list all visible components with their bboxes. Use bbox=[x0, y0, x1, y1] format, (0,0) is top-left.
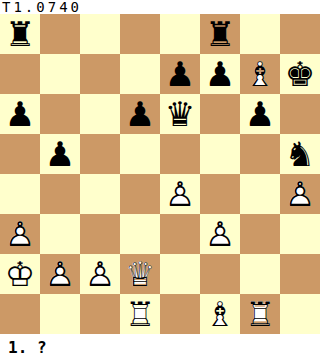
piece-white-pawn[interactable]: ♟♙ bbox=[200, 214, 240, 254]
square-b8[interactable] bbox=[40, 14, 80, 54]
square-b1[interactable] bbox=[40, 294, 80, 334]
piece-black-pawn[interactable]: ♟ bbox=[240, 94, 280, 134]
square-e7[interactable]: ♟ bbox=[160, 54, 200, 94]
square-d4[interactable] bbox=[120, 174, 160, 214]
black-piece-glyph: ♜ bbox=[0, 14, 40, 54]
square-c3[interactable] bbox=[80, 214, 120, 254]
piece-white-bishop[interactable]: ♝♗ bbox=[200, 294, 240, 334]
square-e3[interactable] bbox=[160, 214, 200, 254]
square-e8[interactable] bbox=[160, 14, 200, 54]
piece-black-knight[interactable]: ♞ bbox=[280, 134, 320, 174]
white-piece-outline: ♖ bbox=[120, 294, 160, 334]
square-h1[interactable] bbox=[280, 294, 320, 334]
white-piece-outline: ♙ bbox=[280, 174, 320, 214]
square-d1[interactable]: ♜♖ bbox=[120, 294, 160, 334]
square-d5[interactable] bbox=[120, 134, 160, 174]
black-piece-glyph: ♟ bbox=[160, 54, 200, 94]
square-f7[interactable]: ♟ bbox=[200, 54, 240, 94]
square-h4[interactable]: ♟♙ bbox=[280, 174, 320, 214]
piece-black-queen[interactable]: ♛ bbox=[160, 94, 200, 134]
piece-white-pawn[interactable]: ♟♙ bbox=[160, 174, 200, 214]
piece-white-pawn[interactable]: ♟♙ bbox=[280, 174, 320, 214]
black-piece-glyph: ♟ bbox=[240, 94, 280, 134]
white-piece-outline: ♔ bbox=[0, 254, 40, 294]
piece-black-pawn[interactable]: ♟ bbox=[160, 54, 200, 94]
square-d7[interactable] bbox=[120, 54, 160, 94]
white-piece-outline: ♕ bbox=[120, 254, 160, 294]
square-a5[interactable] bbox=[0, 134, 40, 174]
black-piece-glyph: ♜ bbox=[200, 14, 240, 54]
square-h3[interactable] bbox=[280, 214, 320, 254]
white-piece-outline: ♙ bbox=[200, 214, 240, 254]
square-h6[interactable] bbox=[280, 94, 320, 134]
square-c6[interactable] bbox=[80, 94, 120, 134]
chess-board: ♜♜♟♟♝♗♚♟♟♛♟♟♞♟♙♟♙♟♙♟♙♚♔♟♙♟♙♛♕♜♖♝♗♜♖ bbox=[0, 14, 320, 334]
square-a3[interactable]: ♟♙ bbox=[0, 214, 40, 254]
square-c4[interactable] bbox=[80, 174, 120, 214]
square-b7[interactable] bbox=[40, 54, 80, 94]
black-piece-glyph: ♟ bbox=[200, 54, 240, 94]
square-c8[interactable] bbox=[80, 14, 120, 54]
square-d8[interactable] bbox=[120, 14, 160, 54]
square-e5[interactable] bbox=[160, 134, 200, 174]
piece-black-pawn[interactable]: ♟ bbox=[200, 54, 240, 94]
black-piece-glyph: ♟ bbox=[40, 134, 80, 174]
piece-white-bishop[interactable]: ♝♗ bbox=[240, 54, 280, 94]
black-piece-glyph: ♛ bbox=[160, 94, 200, 134]
square-f3[interactable]: ♟♙ bbox=[200, 214, 240, 254]
move-prompt: 1. ? bbox=[0, 334, 320, 360]
black-piece-glyph: ♟ bbox=[0, 94, 40, 134]
square-e2[interactable] bbox=[160, 254, 200, 294]
square-g5[interactable] bbox=[240, 134, 280, 174]
square-d6[interactable]: ♟ bbox=[120, 94, 160, 134]
white-piece-outline: ♙ bbox=[160, 174, 200, 214]
square-f5[interactable] bbox=[200, 134, 240, 174]
square-h8[interactable] bbox=[280, 14, 320, 54]
piece-black-rook[interactable]: ♜ bbox=[200, 14, 240, 54]
square-e1[interactable] bbox=[160, 294, 200, 334]
puzzle-id: T1.0740 bbox=[0, 0, 320, 14]
puzzle-page: T1.0740 ♜♜♟♟♝♗♚♟♟♛♟♟♞♟♙♟♙♟♙♟♙♚♔♟♙♟♙♛♕♜♖♝… bbox=[0, 0, 320, 360]
square-d3[interactable] bbox=[120, 214, 160, 254]
square-g7[interactable]: ♝♗ bbox=[240, 54, 280, 94]
white-piece-outline: ♗ bbox=[200, 294, 240, 334]
square-a2[interactable]: ♚♔ bbox=[0, 254, 40, 294]
square-g6[interactable]: ♟ bbox=[240, 94, 280, 134]
piece-black-pawn[interactable]: ♟ bbox=[0, 94, 40, 134]
square-h5[interactable]: ♞ bbox=[280, 134, 320, 174]
square-f2[interactable] bbox=[200, 254, 240, 294]
white-piece-outline: ♙ bbox=[40, 254, 80, 294]
square-g1[interactable]: ♜♖ bbox=[240, 294, 280, 334]
white-piece-outline: ♖ bbox=[240, 294, 280, 334]
square-d2[interactable]: ♛♕ bbox=[120, 254, 160, 294]
black-piece-glyph: ♚ bbox=[280, 54, 320, 94]
square-a7[interactable] bbox=[0, 54, 40, 94]
square-b4[interactable] bbox=[40, 174, 80, 214]
square-g8[interactable] bbox=[240, 14, 280, 54]
piece-white-king[interactable]: ♚♔ bbox=[0, 254, 40, 294]
white-piece-outline: ♙ bbox=[80, 254, 120, 294]
square-c5[interactable] bbox=[80, 134, 120, 174]
square-c7[interactable] bbox=[80, 54, 120, 94]
piece-white-pawn[interactable]: ♟♙ bbox=[0, 214, 40, 254]
piece-white-rook[interactable]: ♜♖ bbox=[120, 294, 160, 334]
square-c2[interactable]: ♟♙ bbox=[80, 254, 120, 294]
white-piece-outline: ♙ bbox=[0, 214, 40, 254]
square-g3[interactable] bbox=[240, 214, 280, 254]
square-c1[interactable] bbox=[80, 294, 120, 334]
piece-white-pawn[interactable]: ♟♙ bbox=[80, 254, 120, 294]
square-e4[interactable]: ♟♙ bbox=[160, 174, 200, 214]
piece-black-pawn[interactable]: ♟ bbox=[120, 94, 160, 134]
square-b6[interactable] bbox=[40, 94, 80, 134]
square-b5[interactable]: ♟ bbox=[40, 134, 80, 174]
square-g2[interactable] bbox=[240, 254, 280, 294]
square-g4[interactable] bbox=[240, 174, 280, 214]
square-h2[interactable] bbox=[280, 254, 320, 294]
square-f6[interactable] bbox=[200, 94, 240, 134]
square-b2[interactable]: ♟♙ bbox=[40, 254, 80, 294]
piece-black-king[interactable]: ♚ bbox=[280, 54, 320, 94]
square-f8[interactable]: ♜ bbox=[200, 14, 240, 54]
square-a4[interactable] bbox=[0, 174, 40, 214]
black-piece-glyph: ♞ bbox=[280, 134, 320, 174]
square-a8[interactable]: ♜ bbox=[0, 14, 40, 54]
square-f1[interactable]: ♝♗ bbox=[200, 294, 240, 334]
square-h7[interactable]: ♚ bbox=[280, 54, 320, 94]
square-a1[interactable] bbox=[0, 294, 40, 334]
piece-white-pawn[interactable]: ♟♙ bbox=[40, 254, 80, 294]
square-e6[interactable]: ♛ bbox=[160, 94, 200, 134]
square-b3[interactable] bbox=[40, 214, 80, 254]
square-a6[interactable]: ♟ bbox=[0, 94, 40, 134]
piece-black-rook[interactable]: ♜ bbox=[0, 14, 40, 54]
piece-black-pawn[interactable]: ♟ bbox=[40, 134, 80, 174]
black-piece-glyph: ♟ bbox=[120, 94, 160, 134]
piece-white-rook[interactable]: ♜♖ bbox=[240, 294, 280, 334]
piece-white-queen[interactable]: ♛♕ bbox=[120, 254, 160, 294]
white-piece-outline: ♗ bbox=[240, 54, 280, 94]
square-f4[interactable] bbox=[200, 174, 240, 214]
